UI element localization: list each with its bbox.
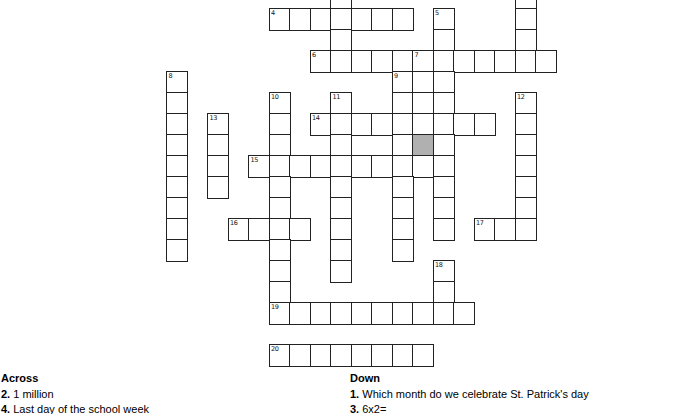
- grid-cell[interactable]: [207, 134, 229, 157]
- clue-number: 3.: [350, 403, 359, 414]
- grid-cell[interactable]: [392, 155, 414, 178]
- grid-cell[interactable]: [474, 113, 496, 136]
- across-clue-list: 2. 1 million4. Last day of the school we…: [1, 388, 149, 414]
- grid-cell[interactable]: [433, 197, 455, 220]
- down-clue-list: 1. Which month do we celebrate St. Patri…: [350, 388, 589, 414]
- grid-cell[interactable]: [412, 302, 434, 325]
- grid-cell[interactable]: [412, 92, 434, 115]
- grid-cell[interactable]: [453, 50, 475, 73]
- grid-cell[interactable]: [269, 155, 291, 178]
- grid-cell[interactable]: [392, 302, 414, 325]
- grid-cell[interactable]: [330, 302, 352, 325]
- grid-cell[interactable]: [515, 134, 537, 157]
- grid-cell[interactable]: [371, 8, 393, 31]
- grid-cell[interactable]: [392, 197, 414, 220]
- grid-cell[interactable]: [515, 113, 537, 136]
- grid-cell[interactable]: [515, 176, 537, 199]
- grid-cell[interactable]: [166, 113, 188, 136]
- grid-cell[interactable]: [515, 197, 537, 220]
- grid-cell[interactable]: [166, 218, 188, 241]
- grid-cell[interactable]: [351, 155, 373, 178]
- grid-cell[interactable]: [392, 92, 414, 115]
- grid-cell[interactable]: [371, 302, 393, 325]
- grid-cell[interactable]: [453, 302, 475, 325]
- grid-cell[interactable]: [515, 29, 537, 52]
- grid-cell[interactable]: 14: [310, 113, 332, 136]
- grid-cell[interactable]: [371, 155, 393, 178]
- grid-cell[interactable]: [392, 218, 414, 241]
- grid-cell[interactable]: [289, 302, 311, 325]
- grid-cell[interactable]: [248, 218, 270, 241]
- grid-cell[interactable]: [433, 113, 455, 136]
- across-clues: Across 2. 1 million4. Last day of the sc…: [1, 372, 149, 414]
- grid-cell[interactable]: [433, 71, 455, 94]
- grid-cell[interactable]: 5: [433, 8, 455, 31]
- grid-cell[interactable]: [330, 239, 352, 262]
- grid-cell[interactable]: 18: [433, 260, 455, 283]
- grid-cell[interactable]: [371, 113, 393, 136]
- grid-cell[interactable]: [310, 302, 332, 325]
- grid-cell[interactable]: [392, 176, 414, 199]
- grid-cell[interactable]: 8: [166, 71, 188, 94]
- grid-cell[interactable]: [269, 281, 291, 304]
- cell-number: 7: [415, 51, 419, 59]
- grid-cell[interactable]: [166, 197, 188, 220]
- grid-cell[interactable]: [433, 50, 455, 73]
- grid-cell[interactable]: [269, 197, 291, 220]
- cell-number: 6: [312, 51, 316, 59]
- grid-cell[interactable]: [166, 176, 188, 199]
- grid-cell[interactable]: [494, 218, 516, 241]
- grid-cell[interactable]: 15: [248, 155, 270, 178]
- grid-cell[interactable]: [166, 92, 188, 115]
- cell-number: 15: [251, 156, 259, 164]
- grid-cell[interactable]: [166, 239, 188, 262]
- grid-cell[interactable]: [412, 344, 434, 367]
- grid-cell[interactable]: 9: [392, 71, 414, 94]
- clue-number: 4.: [1, 403, 10, 414]
- cell-number: 8: [169, 72, 173, 80]
- down-clues: Down 1. Which month do we celebrate St. …: [350, 372, 589, 414]
- grid-cell[interactable]: [535, 50, 557, 73]
- grid-cell[interactable]: [371, 50, 393, 73]
- cell-number: 11: [333, 93, 341, 101]
- cell-number: 4: [271, 9, 275, 17]
- grid-cell[interactable]: [351, 113, 373, 136]
- cell-number: 10: [271, 93, 279, 101]
- grid-cell[interactable]: [310, 8, 332, 31]
- grid-cell[interactable]: [166, 155, 188, 178]
- grid-cell[interactable]: [207, 155, 229, 178]
- grid-cell[interactable]: 19: [269, 302, 291, 325]
- grid-cell[interactable]: 10: [269, 92, 291, 115]
- cell-number: 14: [312, 114, 320, 122]
- grid-cell[interactable]: [392, 134, 414, 157]
- grid-cell[interactable]: [289, 8, 311, 31]
- grid-cell[interactable]: [412, 113, 434, 136]
- cell-number: 5: [435, 9, 439, 17]
- grid-cell[interactable]: [392, 50, 414, 73]
- grid-cell[interactable]: [269, 260, 291, 283]
- crossword-grid: 4567891011121314151617181920: [0, 0, 700, 370]
- grid-cell[interactable]: [330, 134, 352, 157]
- grid-cell[interactable]: [515, 218, 537, 241]
- grid-cell[interactable]: [392, 8, 414, 31]
- grid-cell[interactable]: [433, 29, 455, 52]
- grid-cell[interactable]: [269, 218, 291, 241]
- grid-cell[interactable]: [351, 8, 373, 31]
- grid-cell-shaded[interactable]: [412, 134, 434, 157]
- grid-cell[interactable]: [412, 155, 434, 178]
- grid-cell[interactable]: [166, 134, 188, 157]
- grid-cell[interactable]: [207, 176, 229, 199]
- grid-cell[interactable]: [433, 155, 455, 178]
- grid-cell[interactable]: [330, 176, 352, 199]
- down-header: Down: [350, 372, 589, 384]
- grid-cell[interactable]: 16: [228, 218, 250, 241]
- grid-cell[interactable]: [330, 260, 352, 283]
- clue-across-2: 2. 1 million: [1, 388, 149, 400]
- cell-number: 18: [435, 261, 443, 269]
- grid-cell[interactable]: [392, 239, 414, 262]
- grid-cell[interactable]: [494, 50, 516, 73]
- grid-cell[interactable]: [433, 281, 455, 304]
- grid-cell[interactable]: [453, 113, 475, 136]
- grid-cell[interactable]: [330, 197, 352, 220]
- cell-number: 16: [230, 219, 238, 227]
- grid-cell[interactable]: [412, 71, 434, 94]
- grid-cell[interactable]: [289, 155, 311, 178]
- grid-cell[interactable]: [433, 302, 455, 325]
- cell-number: 17: [476, 219, 484, 227]
- grid-cell[interactable]: [433, 176, 455, 199]
- grid-cell[interactable]: [433, 134, 455, 157]
- clue-down-1: 1. Which month do we celebrate St. Patri…: [350, 388, 589, 400]
- grid-cell[interactable]: [515, 8, 537, 31]
- clue-across-4: 4. Last day of the school week: [1, 403, 149, 414]
- grid-cell[interactable]: 13: [207, 113, 229, 136]
- grid-cell[interactable]: 6: [310, 50, 332, 73]
- grid-cell[interactable]: [351, 50, 373, 73]
- cell-number: 13: [210, 114, 218, 122]
- grid-cell[interactable]: [269, 176, 291, 199]
- grid-cell[interactable]: [269, 113, 291, 136]
- grid-cell[interactable]: [392, 113, 414, 136]
- grid-cell[interactable]: 7: [412, 50, 434, 73]
- grid-cell[interactable]: [310, 344, 332, 367]
- grid-cell[interactable]: [330, 218, 352, 241]
- grid-cell[interactable]: [330, 113, 352, 136]
- grid-cell[interactable]: [330, 29, 352, 52]
- cell-number: 19: [271, 303, 279, 311]
- clue-number: 1.: [350, 388, 359, 400]
- clue-down-3: 3. 6x2=: [350, 403, 589, 414]
- grid-cell[interactable]: [371, 344, 393, 367]
- grid-cell[interactable]: [269, 239, 291, 262]
- grid-cell[interactable]: [330, 155, 352, 178]
- grid-cell[interactable]: [351, 302, 373, 325]
- cell-number: 9: [394, 72, 398, 80]
- grid-cell[interactable]: [433, 92, 455, 115]
- grid-cell[interactable]: [433, 218, 455, 241]
- cell-number: 12: [517, 93, 525, 101]
- grid-cell[interactable]: 11: [330, 92, 352, 115]
- grid-cell[interactable]: [351, 344, 373, 367]
- grid-cell[interactable]: [310, 155, 332, 178]
- grid-cell[interactable]: [330, 50, 352, 73]
- grid-cell[interactable]: [330, 8, 352, 31]
- grid-cell[interactable]: [289, 344, 311, 367]
- grid-cell[interactable]: [289, 218, 311, 241]
- clue-number: 2.: [1, 388, 10, 400]
- grid-cell[interactable]: [474, 50, 496, 73]
- grid-cell[interactable]: 17: [474, 218, 496, 241]
- grid-cell[interactable]: [330, 344, 352, 367]
- across-header: Across: [1, 372, 149, 384]
- grid-cell[interactable]: 12: [515, 92, 537, 115]
- grid-cell[interactable]: [392, 344, 414, 367]
- grid-cell[interactable]: 20: [269, 344, 291, 367]
- grid-cell[interactable]: [515, 50, 537, 73]
- cell-number: 20: [271, 345, 279, 353]
- grid-cell[interactable]: 4: [269, 8, 291, 31]
- grid-cell[interactable]: [515, 155, 537, 178]
- grid-cell[interactable]: [269, 134, 291, 157]
